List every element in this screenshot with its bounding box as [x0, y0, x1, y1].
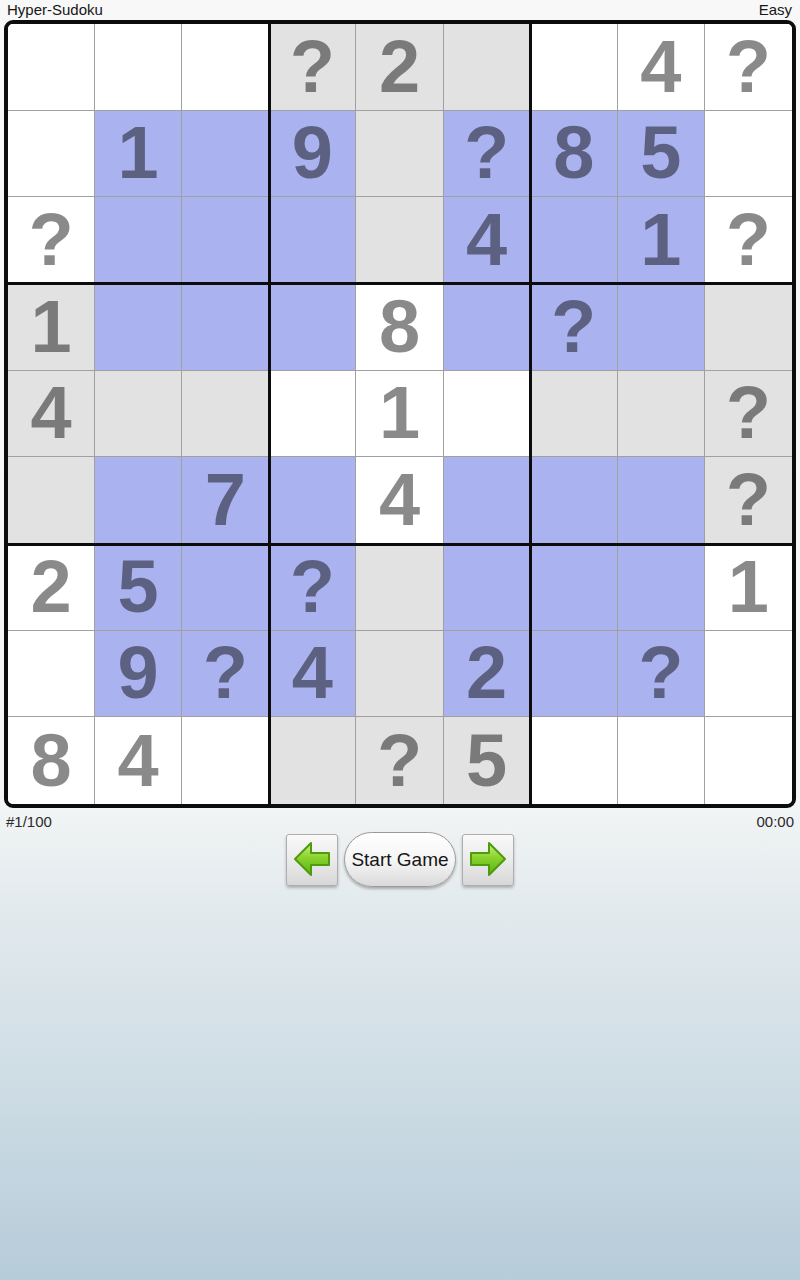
- cell-r2c8[interactable]: 5: [618, 111, 705, 198]
- cell-r1c1[interactable]: [8, 24, 95, 111]
- cell-r8c1[interactable]: [8, 631, 95, 718]
- cell-r6c1[interactable]: [8, 457, 95, 544]
- cell-r3c5[interactable]: [356, 197, 443, 284]
- cell-r9c7[interactable]: [531, 717, 618, 804]
- cell-r1c3[interactable]: [182, 24, 269, 111]
- cell-r1c9[interactable]: ?: [705, 24, 792, 111]
- cell-r9c8[interactable]: [618, 717, 705, 804]
- cell-r6c6[interactable]: [444, 457, 531, 544]
- cell-r8c5[interactable]: [356, 631, 443, 718]
- cell-r6c2[interactable]: [95, 457, 182, 544]
- cell-r2c6[interactable]: ?: [444, 111, 531, 198]
- cell-r1c2[interactable]: [95, 24, 182, 111]
- cell-r5c2[interactable]: [95, 371, 182, 458]
- cell-r7c6[interactable]: [444, 544, 531, 631]
- cell-r8c2[interactable]: 9: [95, 631, 182, 718]
- status-bar: #1/100 00:00: [0, 810, 800, 832]
- cell-r3c9[interactable]: ?: [705, 197, 792, 284]
- cell-r9c2[interactable]: 4: [95, 717, 182, 804]
- top-bar: Hyper-Sudoku Easy: [0, 0, 800, 20]
- cell-r4c1[interactable]: 1: [8, 284, 95, 371]
- cell-r2c7[interactable]: 8: [531, 111, 618, 198]
- previous-puzzle-button[interactable]: [286, 834, 338, 886]
- cell-r4c8[interactable]: [618, 284, 705, 371]
- box-divider-horizontal-2: [8, 543, 792, 546]
- cell-r4c5[interactable]: 8: [356, 284, 443, 371]
- cell-r8c3[interactable]: ?: [182, 631, 269, 718]
- cell-r4c6[interactable]: [444, 284, 531, 371]
- cell-r7c4[interactable]: ?: [269, 544, 356, 631]
- cell-r6c7[interactable]: [531, 457, 618, 544]
- box-divider-horizontal-1: [8, 282, 792, 285]
- cell-r3c4[interactable]: [269, 197, 356, 284]
- cell-r6c5[interactable]: 4: [356, 457, 443, 544]
- cell-r3c8[interactable]: 1: [618, 197, 705, 284]
- cell-r4c3[interactable]: [182, 284, 269, 371]
- cell-r7c5[interactable]: [356, 544, 443, 631]
- controls-bar: Start Game: [0, 832, 800, 888]
- cell-r2c2[interactable]: 1: [95, 111, 182, 198]
- cell-r4c4[interactable]: [269, 284, 356, 371]
- cell-r4c9[interactable]: [705, 284, 792, 371]
- app-title: Hyper-Sudoku: [7, 1, 103, 18]
- cell-r1c5[interactable]: 2: [356, 24, 443, 111]
- cell-r5c8[interactable]: [618, 371, 705, 458]
- cell-r8c7[interactable]: [531, 631, 618, 718]
- cell-r9c1[interactable]: 8: [8, 717, 95, 804]
- cell-r2c3[interactable]: [182, 111, 269, 198]
- cell-r7c8[interactable]: [618, 544, 705, 631]
- cell-r3c6[interactable]: 4: [444, 197, 531, 284]
- cell-r5c1[interactable]: 4: [8, 371, 95, 458]
- cell-r3c3[interactable]: [182, 197, 269, 284]
- cell-r5c3[interactable]: [182, 371, 269, 458]
- cell-r5c9[interactable]: ?: [705, 371, 792, 458]
- cell-r5c4[interactable]: [269, 371, 356, 458]
- cell-r2c5[interactable]: [356, 111, 443, 198]
- cell-r8c6[interactable]: 2: [444, 631, 531, 718]
- cell-r5c6[interactable]: [444, 371, 531, 458]
- cell-r2c1[interactable]: [8, 111, 95, 198]
- difficulty-label[interactable]: Easy: [759, 1, 792, 18]
- box-divider-vertical-2: [529, 24, 532, 804]
- cell-r6c4[interactable]: [269, 457, 356, 544]
- cell-r4c2[interactable]: [95, 284, 182, 371]
- cell-r5c5[interactable]: 1: [356, 371, 443, 458]
- puzzle-counter: #1/100: [6, 813, 52, 830]
- cell-r3c1[interactable]: ?: [8, 197, 95, 284]
- cell-r1c8[interactable]: 4: [618, 24, 705, 111]
- cell-r6c3[interactable]: 7: [182, 457, 269, 544]
- cell-r8c4[interactable]: 4: [269, 631, 356, 718]
- cell-r4c7[interactable]: ?: [531, 284, 618, 371]
- cell-r9c9[interactable]: [705, 717, 792, 804]
- cell-r2c4[interactable]: 9: [269, 111, 356, 198]
- cell-r2c9[interactable]: [705, 111, 792, 198]
- cell-r1c7[interactable]: [531, 24, 618, 111]
- cell-r6c8[interactable]: [618, 457, 705, 544]
- cell-r1c6[interactable]: [444, 24, 531, 111]
- sudoku-board-frame: ?24?19?85?41?18?41?74?25?19?42?84?5: [4, 20, 796, 808]
- cell-r7c7[interactable]: [531, 544, 618, 631]
- cell-r9c5[interactable]: ?: [356, 717, 443, 804]
- cell-r9c4[interactable]: [269, 717, 356, 804]
- cell-r8c9[interactable]: [705, 631, 792, 718]
- sudoku-board: ?24?19?85?41?18?41?74?25?19?42?84?5: [8, 24, 792, 804]
- box-divider-vertical-1: [268, 24, 271, 804]
- cell-r1c4[interactable]: ?: [269, 24, 356, 111]
- cell-r9c3[interactable]: [182, 717, 269, 804]
- next-puzzle-button[interactable]: [462, 834, 514, 886]
- arrow-right-icon: [468, 839, 508, 882]
- cell-r7c9[interactable]: 1: [705, 544, 792, 631]
- cell-r6c9[interactable]: ?: [705, 457, 792, 544]
- arrow-left-icon: [292, 839, 332, 882]
- cell-r3c2[interactable]: [95, 197, 182, 284]
- cell-r7c1[interactable]: 2: [8, 544, 95, 631]
- cell-r5c7[interactable]: [531, 371, 618, 458]
- cell-r7c3[interactable]: [182, 544, 269, 631]
- cell-r3c7[interactable]: [531, 197, 618, 284]
- cell-r8c8[interactable]: ?: [618, 631, 705, 718]
- start-game-button[interactable]: Start Game: [344, 832, 456, 887]
- timer: 00:00: [756, 813, 794, 830]
- cell-r7c2[interactable]: 5: [95, 544, 182, 631]
- cell-r9c6[interactable]: 5: [444, 717, 531, 804]
